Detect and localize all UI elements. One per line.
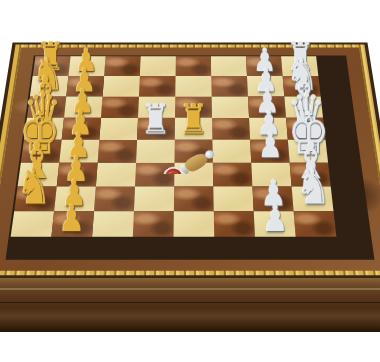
piece-black-knight: ♞ (296, 162, 331, 211)
square-h7: ♟ (254, 211, 296, 237)
board-outer-edge: ♜♟♟♜♞♟♟♞♝♟♟♝♛♟♜♜♟♛♚♟♟♚♝♟♝♞♟♟♞♟♟ (0, 43, 380, 278)
square-a6 (211, 56, 247, 76)
square-h2: ♟ (51, 211, 94, 237)
square-a5 (176, 56, 212, 76)
piece-white-pawn: ♟ (59, 200, 85, 237)
square-g1: ♞ (14, 186, 57, 211)
square-e4 (136, 140, 175, 163)
piece-black-pawn: ♟ (262, 200, 288, 237)
square-h6 (214, 211, 255, 237)
square-h1 (11, 211, 54, 237)
wooden-base-plinth (0, 278, 380, 332)
square-d5: ♜ (175, 118, 213, 140)
square-d4: ♜ (137, 118, 175, 140)
square-h3 (92, 211, 134, 237)
square-b6 (211, 76, 248, 96)
square-f3 (96, 163, 136, 187)
square-g4 (134, 186, 174, 211)
piece-black-rook: ♜ (141, 99, 170, 140)
square-a4 (140, 56, 176, 76)
piece-white-rook: ♜ (179, 99, 208, 140)
piece-black-pawn: ♟ (258, 128, 282, 163)
square-h8 (294, 211, 337, 237)
burl-wood-frame: ♜♟♟♜♞♟♟♞♝♟♟♝♛♟♜♜♟♛♚♟♟♚♝♟♝♞♟♟♞♟♟ (0, 48, 380, 271)
chessboard: ♜♟♟♜♞♟♟♞♝♟♟♝♛♟♜♜♟♛♚♟♟♚♝♟♝♞♟♟♞♟♟ (0, 43, 380, 278)
square-c6 (212, 97, 249, 118)
square-g6 (213, 186, 253, 211)
gold-rope-trim: ♜♟♟♜♞♟♟♞♝♟♟♝♛♟♜♜♟♛♚♟♟♚♝♟♝♞♟♟♞♟♟ (0, 44, 380, 275)
square-f5 (174, 163, 213, 187)
square-g3 (94, 186, 135, 211)
square-h4 (133, 211, 174, 237)
board-squares: ♜♟♟♜♞♟♟♞♝♟♟♝♛♟♜♜♟♛♚♟♟♚♝♟♝♞♟♟♞♟♟ (11, 56, 337, 237)
square-f6 (213, 163, 253, 187)
square-e7: ♟ (250, 140, 290, 163)
square-d6 (212, 118, 250, 140)
square-b5 (175, 76, 211, 96)
piece-white-knight: ♞ (17, 162, 52, 211)
square-c3 (101, 97, 139, 118)
square-g8: ♞ (292, 186, 334, 211)
square-a3 (104, 56, 141, 76)
square-g5 (174, 186, 214, 211)
square-b4 (139, 76, 176, 96)
square-e3 (98, 140, 137, 163)
square-d3 (99, 118, 138, 140)
board-border-line: ♜♟♟♜♞♟♟♞♝♟♟♝♛♟♜♜♟♛♚♟♟♚♝♟♝♞♟♟♞♟♟ (6, 55, 375, 259)
chess-set-photo: ♜♟♟♜♞♟♟♞♝♟♟♝♛♟♜♜♟♛♚♟♟♚♝♟♝♞♟♟♞♟♟ (0, 0, 380, 362)
square-h5 (174, 211, 215, 237)
square-b3 (103, 76, 140, 96)
